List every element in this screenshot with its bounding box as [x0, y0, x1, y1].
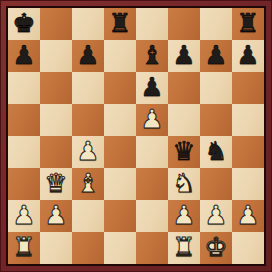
- square-d4[interactable]: [104, 136, 136, 168]
- square-c2[interactable]: [72, 200, 104, 232]
- square-g7[interactable]: ♟: [200, 40, 232, 72]
- piece-white-pawn[interactable]: ♟: [232, 200, 264, 232]
- square-b3[interactable]: ♛: [40, 168, 72, 200]
- square-f7[interactable]: ♟: [168, 40, 200, 72]
- square-f2[interactable]: ♟: [168, 200, 200, 232]
- piece-black-king[interactable]: ♚: [8, 8, 40, 40]
- piece-black-rook[interactable]: ♜: [232, 8, 264, 40]
- square-h7[interactable]: ♟: [232, 40, 264, 72]
- square-d5[interactable]: [104, 104, 136, 136]
- square-c4[interactable]: ♟: [72, 136, 104, 168]
- square-e2[interactable]: [136, 200, 168, 232]
- square-a4[interactable]: [8, 136, 40, 168]
- piece-white-pawn[interactable]: ♟: [168, 200, 200, 232]
- square-c8[interactable]: [72, 8, 104, 40]
- square-g1[interactable]: ♚: [200, 232, 232, 264]
- square-f8[interactable]: [168, 8, 200, 40]
- square-b6[interactable]: [40, 72, 72, 104]
- square-f4[interactable]: ♛: [168, 136, 200, 168]
- piece-white-bishop[interactable]: ♝: [72, 168, 104, 200]
- square-a8[interactable]: ♚: [8, 8, 40, 40]
- square-g6[interactable]: [200, 72, 232, 104]
- square-d6[interactable]: [104, 72, 136, 104]
- square-b1[interactable]: [40, 232, 72, 264]
- square-h2[interactable]: ♟: [232, 200, 264, 232]
- piece-white-pawn[interactable]: ♟: [8, 200, 40, 232]
- square-a6[interactable]: [8, 72, 40, 104]
- square-g2[interactable]: ♟: [200, 200, 232, 232]
- chess-board: ♚♜♜♟♟♝♟♟♟♟♟♟♛♞♛♝♞♟♟♟♟♟♜♜♚: [6, 6, 266, 266]
- square-b8[interactable]: [40, 8, 72, 40]
- piece-white-pawn[interactable]: ♟: [72, 136, 104, 168]
- piece-white-pawn[interactable]: ♟: [40, 200, 72, 232]
- piece-white-rook[interactable]: ♜: [8, 232, 40, 264]
- square-g8[interactable]: [200, 8, 232, 40]
- square-f5[interactable]: [168, 104, 200, 136]
- square-a5[interactable]: [8, 104, 40, 136]
- piece-black-pawn[interactable]: ♟: [200, 40, 232, 72]
- square-a3[interactable]: [8, 168, 40, 200]
- square-f6[interactable]: [168, 72, 200, 104]
- piece-black-rook[interactable]: ♜: [104, 8, 136, 40]
- square-g5[interactable]: [200, 104, 232, 136]
- square-f1[interactable]: ♜: [168, 232, 200, 264]
- square-a7[interactable]: ♟: [8, 40, 40, 72]
- square-h1[interactable]: [232, 232, 264, 264]
- square-d8[interactable]: ♜: [104, 8, 136, 40]
- piece-white-pawn[interactable]: ♟: [136, 104, 168, 136]
- square-h4[interactable]: [232, 136, 264, 168]
- piece-black-pawn[interactable]: ♟: [72, 40, 104, 72]
- square-c5[interactable]: [72, 104, 104, 136]
- square-f3[interactable]: ♞: [168, 168, 200, 200]
- square-h5[interactable]: [232, 104, 264, 136]
- square-c7[interactable]: ♟: [72, 40, 104, 72]
- piece-white-knight[interactable]: ♞: [168, 168, 200, 200]
- square-d2[interactable]: [104, 200, 136, 232]
- square-e3[interactable]: [136, 168, 168, 200]
- chess-board-frame: ♚♜♜♟♟♝♟♟♟♟♟♟♛♞♛♝♞♟♟♟♟♟♜♜♚: [0, 0, 272, 272]
- piece-black-pawn[interactable]: ♟: [168, 40, 200, 72]
- square-b7[interactable]: [40, 40, 72, 72]
- piece-white-queen[interactable]: ♛: [40, 168, 72, 200]
- square-e5[interactable]: ♟: [136, 104, 168, 136]
- piece-white-pawn[interactable]: ♟: [200, 200, 232, 232]
- square-h8[interactable]: ♜: [232, 8, 264, 40]
- piece-black-pawn[interactable]: ♟: [232, 40, 264, 72]
- square-a1[interactable]: ♜: [8, 232, 40, 264]
- square-a2[interactable]: ♟: [8, 200, 40, 232]
- square-c3[interactable]: ♝: [72, 168, 104, 200]
- square-e6[interactable]: ♟: [136, 72, 168, 104]
- piece-black-knight[interactable]: ♞: [200, 136, 232, 168]
- square-b2[interactable]: ♟: [40, 200, 72, 232]
- square-e4[interactable]: [136, 136, 168, 168]
- piece-black-bishop[interactable]: ♝: [136, 40, 168, 72]
- square-e1[interactable]: [136, 232, 168, 264]
- square-b5[interactable]: [40, 104, 72, 136]
- square-g3[interactable]: [200, 168, 232, 200]
- square-h6[interactable]: [232, 72, 264, 104]
- square-d3[interactable]: [104, 168, 136, 200]
- square-b4[interactable]: [40, 136, 72, 168]
- square-e8[interactable]: [136, 8, 168, 40]
- square-c1[interactable]: [72, 232, 104, 264]
- piece-black-pawn[interactable]: ♟: [8, 40, 40, 72]
- square-d7[interactable]: [104, 40, 136, 72]
- square-h3[interactable]: [232, 168, 264, 200]
- square-d1[interactable]: [104, 232, 136, 264]
- square-e7[interactable]: ♝: [136, 40, 168, 72]
- piece-black-pawn[interactable]: ♟: [136, 72, 168, 104]
- square-g4[interactable]: ♞: [200, 136, 232, 168]
- piece-white-rook[interactable]: ♜: [168, 232, 200, 264]
- piece-black-queen[interactable]: ♛: [168, 136, 200, 168]
- square-c6[interactable]: [72, 72, 104, 104]
- piece-white-king[interactable]: ♚: [200, 232, 232, 264]
